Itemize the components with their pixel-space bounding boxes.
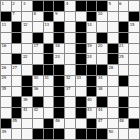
- white-cell-r4c1[interactable]: [1, 33, 11, 43]
- black-cell-r8c9: [87, 76, 97, 86]
- white-cell-r12c8[interactable]: [76, 119, 86, 129]
- white-cell-r5c6[interactable]: 18: [54, 44, 64, 54]
- white-cell-r4c3[interactable]: [22, 33, 32, 43]
- clue-number-38: 38: [97, 87, 102, 92]
- clue-number-36: 36: [33, 87, 38, 92]
- black-cell-r7c8: [76, 65, 86, 75]
- white-cell-r1c1[interactable]: 1: [1, 1, 11, 11]
- black-cell-r13c10: [97, 129, 107, 139]
- clue-number-35: 35: [1, 87, 6, 92]
- white-cell-r12c11[interactable]: [108, 119, 118, 129]
- white-cell-r8c8[interactable]: 33: [76, 76, 86, 86]
- white-cell-r9c1[interactable]: 35: [1, 87, 11, 97]
- white-cell-r3c3[interactable]: 12: [22, 22, 32, 32]
- black-cell-r5c11: [108, 44, 118, 54]
- white-cell-r5c13[interactable]: [129, 44, 139, 54]
- black-cell-r4c12: [119, 33, 129, 43]
- black-cell-r1c10: [97, 1, 107, 11]
- white-cell-r7c11[interactable]: 28: [108, 65, 118, 75]
- black-cell-r12c5: [44, 119, 54, 129]
- black-cell-r7c5: [44, 65, 54, 75]
- white-cell-r2c10[interactable]: 10: [97, 12, 107, 22]
- white-cell-r2c7[interactable]: [65, 12, 75, 22]
- white-cell-r13c13[interactable]: [129, 129, 139, 139]
- white-cell-r9c2[interactable]: [12, 87, 22, 97]
- white-cell-r7c3[interactable]: [22, 65, 32, 75]
- white-cell-r7c12[interactable]: [119, 65, 129, 75]
- white-cell-r2c8[interactable]: [76, 12, 86, 22]
- white-cell-r13c7[interactable]: [65, 129, 75, 139]
- black-cell-r10c10: [97, 97, 107, 107]
- white-cell-r13c1[interactable]: 49: [1, 129, 11, 139]
- clue-number-1: 1: [1, 1, 4, 6]
- black-cell-r4c8: [76, 33, 86, 43]
- black-cell-r10c4: [33, 97, 43, 107]
- clue-number-7: 7: [12, 12, 15, 17]
- white-cell-r10c11[interactable]: [108, 97, 118, 107]
- clue-number-32: 32: [65, 76, 70, 81]
- clue-number-15: 15: [129, 22, 134, 27]
- clue-number-27: 27: [12, 65, 17, 70]
- clue-number-29: 29: [1, 76, 6, 81]
- clue-number-4: 4: [65, 1, 68, 6]
- white-cell-r12c10[interactable]: 47: [97, 119, 107, 129]
- clue-number-14: 14: [87, 22, 92, 27]
- white-cell-r9c11[interactable]: [108, 87, 118, 97]
- clue-number-42: 42: [33, 108, 38, 113]
- white-cell-r3c13[interactable]: 15: [129, 22, 139, 32]
- white-cell-r4c11[interactable]: [108, 33, 118, 43]
- clue-number-11: 11: [1, 22, 6, 27]
- white-cell-r12c7[interactable]: [65, 119, 75, 129]
- white-cell-r1c12[interactable]: 6: [119, 1, 129, 11]
- white-cell-r10c9[interactable]: 40: [87, 97, 97, 107]
- white-cell-r10c13[interactable]: [129, 97, 139, 107]
- white-cell-r11c11[interactable]: [108, 108, 118, 118]
- black-cell-r1c8: [76, 1, 86, 11]
- white-cell-r6c3[interactable]: 22: [22, 54, 32, 64]
- clue-number-19: 19: [87, 44, 92, 49]
- white-cell-r10c3[interactable]: 39: [22, 97, 32, 107]
- crossword-board: 1234567891011121314151617181920212223242…: [0, 0, 140, 140]
- black-cell-r11c8: [76, 108, 86, 118]
- black-cell-r8c12: [119, 76, 129, 86]
- black-cell-r6c2: [12, 54, 22, 64]
- white-cell-r9c10[interactable]: 38: [97, 87, 107, 97]
- white-cell-r10c7[interactable]: [65, 97, 75, 107]
- white-cell-r8c2[interactable]: [12, 76, 22, 86]
- black-cell-r5c5: [44, 44, 54, 54]
- clue-number-3: 3: [22, 1, 25, 6]
- black-cell-r4c4: [33, 33, 43, 43]
- white-cell-r10c5[interactable]: [44, 97, 54, 107]
- clue-number-34: 34: [97, 76, 102, 81]
- white-cell-r4c9[interactable]: [87, 33, 97, 43]
- white-cell-r5c1[interactable]: 16: [1, 44, 11, 54]
- clue-number-6: 6: [119, 1, 122, 6]
- white-cell-r1c13[interactable]: [129, 1, 139, 11]
- black-cell-r2c5: [44, 12, 54, 22]
- black-cell-r13c4: [33, 129, 43, 139]
- white-cell-r8c13[interactable]: [129, 76, 139, 86]
- black-cell-r5c8: [76, 44, 86, 54]
- clue-number-16: 16: [1, 44, 6, 49]
- white-cell-r9c8[interactable]: [76, 87, 86, 97]
- white-cell-r6c13[interactable]: [129, 54, 139, 64]
- clue-number-8: 8: [33, 12, 36, 17]
- clue-number-33: 33: [76, 76, 81, 81]
- white-cell-r2c4[interactable]: 8: [33, 12, 43, 22]
- white-cell-r3c7[interactable]: [65, 22, 75, 32]
- white-cell-r7c13[interactable]: [129, 65, 139, 75]
- white-cell-r12c4[interactable]: [33, 119, 43, 129]
- white-cell-r5c10[interactable]: 20: [97, 44, 107, 54]
- white-cell-r11c4[interactable]: 42: [33, 108, 43, 118]
- white-cell-r12c12[interactable]: 48: [119, 119, 129, 129]
- white-cell-r12c3[interactable]: [22, 119, 32, 129]
- white-cell-r5c9[interactable]: 19: [87, 44, 97, 54]
- white-cell-r2c2[interactable]: 7: [12, 12, 22, 22]
- clue-number-47: 47: [97, 119, 102, 124]
- clue-number-13: 13: [44, 22, 49, 27]
- black-cell-r12c13: [129, 119, 139, 129]
- white-cell-r11c9[interactable]: 43: [87, 108, 97, 118]
- clue-number-39: 39: [22, 97, 27, 102]
- clue-number-24: 24: [87, 54, 92, 59]
- clue-number-41: 41: [22, 108, 27, 113]
- clue-number-49: 49: [1, 129, 6, 134]
- white-cell-r11c13[interactable]: [129, 108, 139, 118]
- black-cell-r6c5: [44, 54, 54, 64]
- white-cell-r11c7[interactable]: [65, 108, 75, 118]
- black-cell-r8c6: [54, 76, 64, 86]
- white-cell-r2c11[interactable]: [108, 12, 118, 22]
- white-cell-r13c11[interactable]: 50: [108, 129, 118, 139]
- white-cell-r10c1[interactable]: [1, 97, 11, 107]
- black-cell-r7c6: [54, 65, 64, 75]
- white-cell-r3c4[interactable]: [33, 22, 43, 32]
- white-cell-r7c2[interactable]: 27: [12, 65, 22, 75]
- clue-number-20: 20: [97, 44, 102, 49]
- clue-number-28: 28: [108, 65, 113, 70]
- clue-number-50: 50: [108, 129, 113, 134]
- black-cell-r7c10: [97, 65, 107, 75]
- black-cell-r10c2: [12, 97, 22, 107]
- white-cell-r4c13[interactable]: [129, 33, 139, 43]
- clue-number-37: 37: [65, 87, 70, 92]
- black-cell-r11c6: [54, 108, 64, 118]
- white-cell-r12c6[interactable]: 46: [54, 119, 64, 129]
- white-cell-r4c7[interactable]: [65, 33, 75, 43]
- black-cell-r9c3: [22, 87, 32, 97]
- white-cell-r1c3[interactable]: 3: [22, 1, 32, 11]
- clue-number-30: 30: [33, 76, 38, 81]
- black-cell-r12c1: [1, 119, 11, 129]
- white-cell-r8c10[interactable]: 34: [97, 76, 107, 86]
- white-cell-r1c2[interactable]: 2: [12, 1, 22, 11]
- black-cell-r11c12: [119, 108, 129, 118]
- black-cell-r2c9: [87, 12, 97, 22]
- black-cell-r1c6: [54, 1, 64, 11]
- black-cell-r4c10: [97, 33, 107, 43]
- black-cell-r8c3: [22, 76, 32, 86]
- white-cell-r7c7[interactable]: [65, 65, 75, 75]
- clue-number-18: 18: [54, 44, 59, 49]
- black-cell-r11c2: [12, 108, 22, 118]
- white-cell-r11c1[interactable]: [1, 108, 11, 118]
- clue-number-12: 12: [22, 22, 27, 27]
- clue-number-46: 46: [54, 119, 59, 124]
- white-cell-r12c2[interactable]: 45: [12, 119, 22, 129]
- white-cell-r9c7[interactable]: 37: [65, 87, 75, 97]
- black-cell-r10c8: [76, 97, 86, 107]
- black-cell-r3c2: [12, 22, 22, 32]
- white-cell-r11c5[interactable]: [44, 108, 54, 118]
- white-cell-r6c9[interactable]: 24: [87, 54, 97, 64]
- black-cell-r7c9: [87, 65, 97, 75]
- clue-number-25: 25: [119, 54, 124, 59]
- white-cell-r2c12[interactable]: [119, 12, 129, 22]
- white-cell-r3c10[interactable]: [97, 22, 107, 32]
- white-cell-r8c1[interactable]: 29: [1, 76, 11, 86]
- black-cell-r4c2: [12, 33, 22, 43]
- white-cell-r9c13[interactable]: [129, 87, 139, 97]
- white-cell-r5c4[interactable]: 17: [33, 44, 43, 54]
- black-cell-r3c12: [119, 22, 129, 32]
- white-cell-r8c7[interactable]: 32: [65, 76, 75, 86]
- white-cell-r3c11[interactable]: [108, 22, 118, 32]
- white-cell-r6c7[interactable]: [65, 54, 75, 64]
- white-cell-r6c4[interactable]: [33, 54, 43, 64]
- white-cell-r11c10[interactable]: 44: [97, 108, 107, 118]
- clue-number-45: 45: [12, 119, 17, 124]
- black-cell-r12c9: [87, 119, 97, 129]
- white-cell-r13c3[interactable]: [22, 129, 32, 139]
- clue-number-2: 2: [12, 1, 15, 6]
- white-cell-r1c11[interactable]: 5: [108, 1, 118, 11]
- clue-number-22: 22: [22, 54, 27, 59]
- white-cell-r6c1[interactable]: [1, 54, 11, 64]
- clue-number-9: 9: [54, 12, 57, 17]
- clue-number-48: 48: [119, 119, 124, 124]
- black-cell-r10c12: [119, 97, 129, 107]
- black-cell-r9c9: [87, 87, 97, 97]
- clue-number-5: 5: [108, 1, 111, 6]
- white-cell-r3c1[interactable]: 11: [1, 22, 11, 32]
- white-cell-r8c4[interactable]: 30: [33, 76, 43, 86]
- white-cell-r3c5[interactable]: 13: [44, 22, 54, 32]
- black-cell-r1c9: [87, 1, 97, 11]
- clue-number-40: 40: [87, 97, 92, 102]
- white-cell-r6c12[interactable]: 25: [119, 54, 129, 64]
- black-cell-r7c4: [33, 65, 43, 75]
- white-cell-r5c3[interactable]: [22, 44, 32, 54]
- white-cell-r4c5[interactable]: [44, 33, 54, 43]
- white-cell-r9c12[interactable]: [119, 87, 129, 97]
- black-cell-r6c11: [108, 54, 118, 64]
- white-cell-r9c4[interactable]: 36: [33, 87, 43, 97]
- black-cell-r6c8: [76, 54, 86, 64]
- black-cell-r4c6: [54, 33, 64, 43]
- white-cell-r5c2[interactable]: [12, 44, 22, 54]
- black-cell-r10c6: [54, 97, 64, 107]
- black-cell-r2c13: [129, 12, 139, 22]
- black-cell-r13c9: [87, 129, 97, 139]
- clue-number-21: 21: [119, 44, 124, 49]
- clue-number-10: 10: [97, 12, 102, 17]
- white-cell-r7c1[interactable]: 26: [1, 65, 11, 75]
- white-cell-r13c2[interactable]: [12, 129, 22, 139]
- clue-number-31: 31: [44, 76, 49, 81]
- clue-number-17: 17: [33, 44, 38, 49]
- black-cell-r9c6: [54, 87, 64, 97]
- white-cell-r1c7[interactable]: 4: [65, 1, 75, 11]
- white-cell-r13c12[interactable]: [119, 129, 129, 139]
- black-cell-r13c5: [44, 129, 54, 139]
- white-cell-r8c5[interactable]: 31: [44, 76, 54, 86]
- white-cell-r6c6[interactable]: 23: [54, 54, 64, 64]
- clue-number-43: 43: [87, 108, 92, 113]
- white-cell-r5c12[interactable]: 21: [119, 44, 129, 54]
- white-cell-r9c5[interactable]: [44, 87, 54, 97]
- white-cell-r11c3[interactable]: 41: [22, 108, 32, 118]
- white-cell-r8c11[interactable]: [108, 76, 118, 86]
- black-cell-r1c5: [44, 1, 54, 11]
- white-cell-r5c7[interactable]: [65, 44, 75, 54]
- black-cell-r3c8: [76, 22, 86, 32]
- black-cell-r13c6: [54, 129, 64, 139]
- white-cell-r2c3[interactable]: [22, 12, 32, 22]
- black-cell-r2c1: [1, 12, 11, 22]
- black-cell-r1c4: [33, 1, 43, 11]
- black-cell-r3c6: [54, 22, 64, 32]
- clue-number-23: 23: [54, 54, 59, 59]
- clue-number-44: 44: [97, 108, 102, 113]
- white-cell-r2c6[interactable]: 9: [54, 12, 64, 22]
- black-cell-r13c8: [76, 129, 86, 139]
- clue-number-26: 26: [1, 65, 6, 70]
- white-cell-r6c10[interactable]: [97, 54, 107, 64]
- white-cell-r3c9[interactable]: 14: [87, 22, 97, 32]
